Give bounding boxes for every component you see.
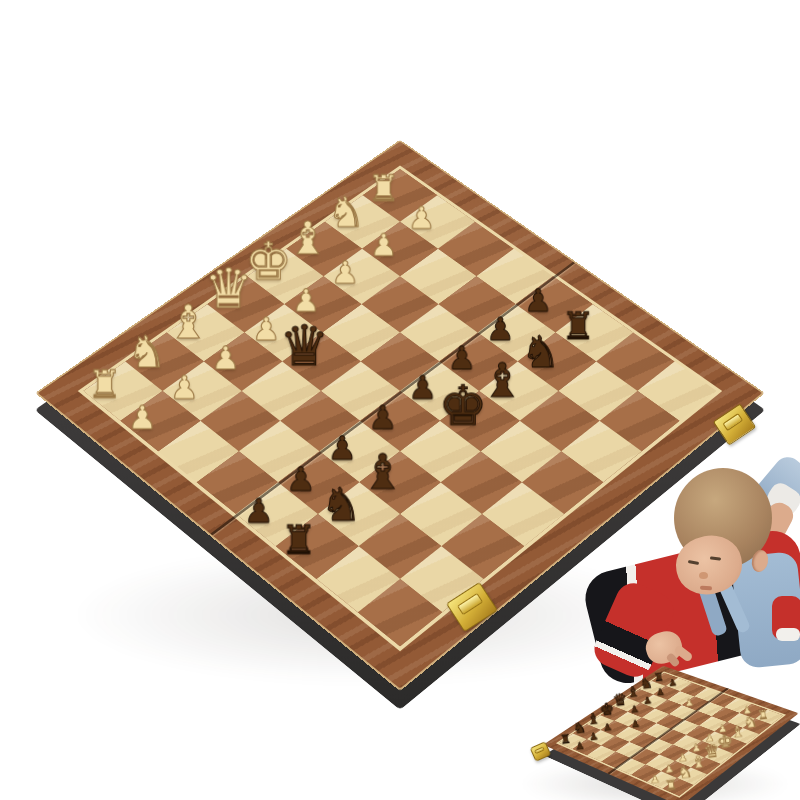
piece-bP: ♟ — [574, 741, 584, 752]
piece-bP: ♟ — [631, 719, 641, 730]
piece-wR: ♜ — [368, 170, 400, 206]
product-photo-scene: ♜♟♟♜♞♟♟♞♝♟♟♝♚♟♟♚♛♟♛♟♝♟♟♝♞♟♟♞♜♟♟♜ ♜♟♟♜♞♟♟… — [0, 0, 800, 800]
square: ♟ — [739, 704, 767, 719]
piece-wR: ♜ — [88, 365, 122, 403]
piece-bR: ♜ — [559, 733, 571, 746]
piece-wR: ♜ — [757, 709, 769, 722]
square — [558, 361, 637, 420]
piece-wP: ♟ — [128, 401, 157, 433]
square: ♜ — [755, 710, 783, 725]
piece-wN: ♞ — [328, 191, 366, 233]
square: ♝ — [730, 728, 759, 744]
piece-bP: ♟ — [328, 432, 357, 465]
child-far-cuff — [776, 628, 800, 641]
square: ♞ — [125, 333, 203, 391]
piece-bB: ♝ — [586, 711, 601, 727]
child-nose — [699, 572, 708, 579]
inset-board-grid: ♜♟♟♜♞♟♟♞♝♟♟♝♛♟♟♚♚♟♟♛♝♟♟♝♞♟♟♞♜♟♟♜ — [556, 672, 786, 798]
square — [361, 333, 439, 391]
piece-bP: ♟ — [448, 342, 477, 374]
child-mouth — [700, 586, 712, 591]
piece-wP: ♟ — [212, 342, 241, 374]
square: ♜ — [559, 733, 587, 749]
